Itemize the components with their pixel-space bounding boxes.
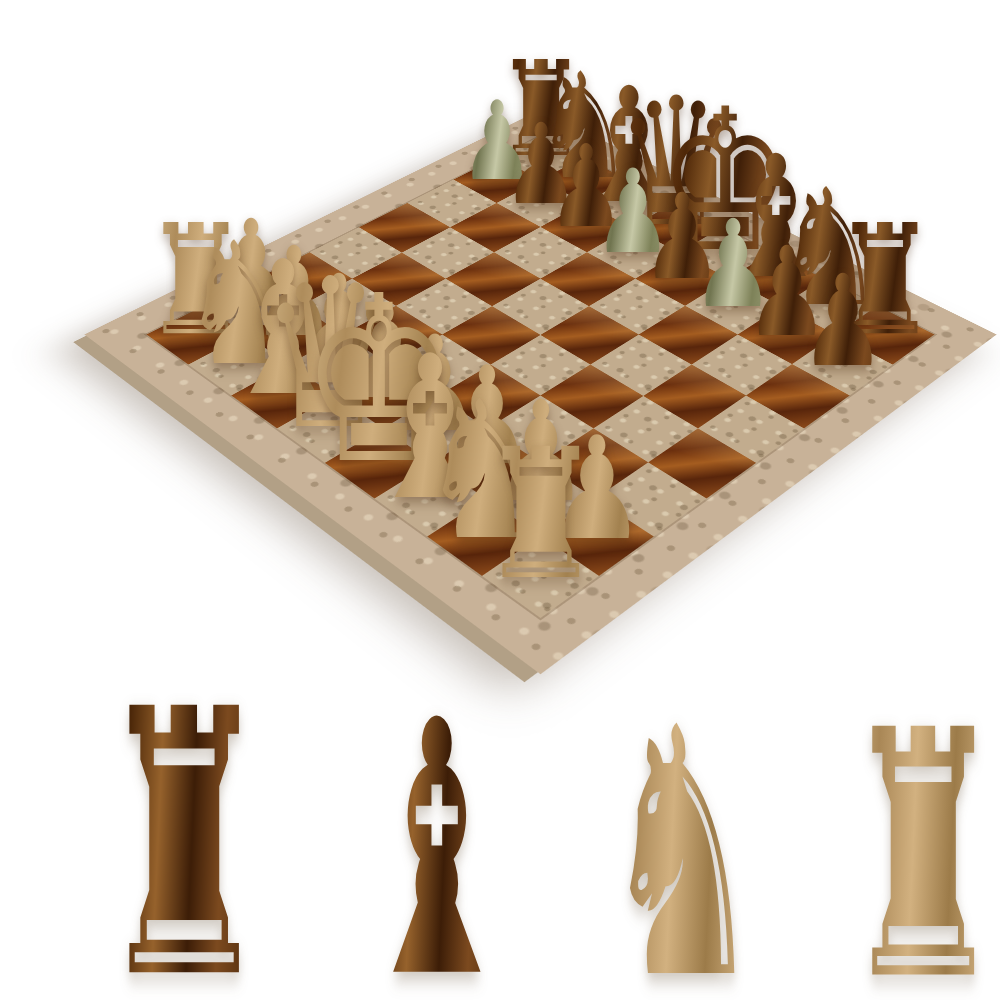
chess-board-scene: ♜♞♝♛♚♝♞♜♟♟♟♟♟♟♟♟♟♟♟♟♟♟♟♟♜♞♝♛♚♝♞♜ bbox=[0, 0, 1000, 578]
showcase-piece-dark-rook: ♜ bbox=[97, 696, 271, 996]
showcase-piece-light-rook: ♜ bbox=[842, 717, 1000, 996]
board-grid bbox=[147, 136, 935, 618]
product-photo-stage: ♜♞♝♛♚♝♞♜♟♟♟♟♟♟♟♟♟♟♟♟♟♟♟♟♜♞♝♛♚♝♞♜ ♚♜♝♞♜♟ bbox=[0, 0, 1000, 1000]
showcase-piece-dark-king: ♚ bbox=[0, 650, 7, 996]
piece-showcase-row: ♚♜♝♞♜♟ bbox=[0, 568, 1000, 1000]
showcase-piece-light-knight: ♞ bbox=[600, 715, 763, 996]
board-perspective-wrap bbox=[218, 12, 863, 657]
showcase-piece-dark-bishop: ♝ bbox=[354, 708, 521, 996]
